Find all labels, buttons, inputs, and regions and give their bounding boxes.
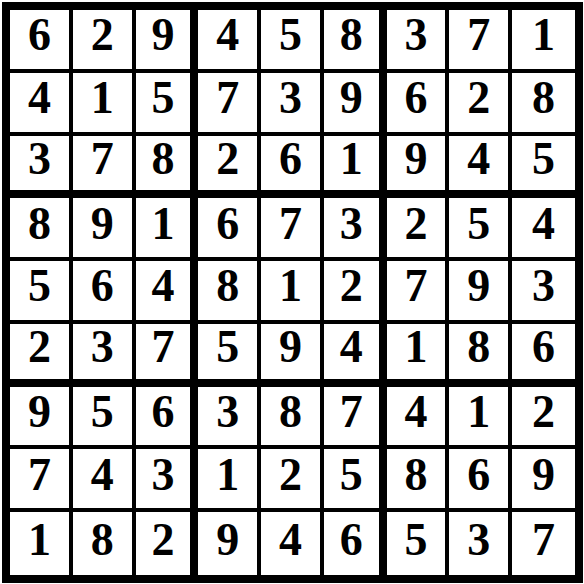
cell-digit: 2 (467, 75, 490, 121)
sudoku-cell-r6c3[interactable]: 7 (136, 324, 199, 387)
cell-digit: 2 (532, 389, 555, 435)
cell-digit: 8 (151, 136, 174, 182)
cell-digit: 6 (279, 136, 302, 182)
sudoku-cell-r3c9[interactable]: 5 (512, 136, 575, 199)
sudoku-cell-r5c6[interactable]: 2 (324, 261, 387, 324)
cell-digit: 9 (467, 263, 490, 309)
cell-digit: 2 (405, 201, 428, 247)
cell-digit: 5 (151, 75, 174, 121)
cell-digit: 4 (91, 452, 114, 498)
sudoku-cell-r1c2[interactable]: 2 (73, 10, 136, 73)
sudoku-cell-r9c8[interactable]: 3 (449, 512, 512, 575)
sudoku-cell-r1c5[interactable]: 5 (261, 10, 324, 73)
sudoku-cell-r3c3[interactable]: 8 (136, 136, 199, 199)
cell-digit: 6 (216, 201, 239, 247)
cell-digit: 3 (405, 12, 428, 58)
cell-digit: 1 (467, 389, 490, 435)
cell-digit: 8 (340, 12, 363, 58)
sudoku-cell-r6c7[interactable]: 1 (387, 324, 450, 387)
cell-digit: 3 (532, 263, 555, 309)
cell-digit: 4 (340, 324, 363, 370)
sudoku-cell-r4c4[interactable]: 6 (198, 198, 261, 261)
sudoku-cell-r9c5[interactable]: 4 (261, 512, 324, 575)
cell-digit: 6 (91, 263, 114, 309)
cell-digit: 9 (151, 12, 174, 58)
cell-digit: 2 (28, 324, 51, 370)
cell-digit: 5 (467, 201, 490, 247)
cell-digit: 7 (151, 324, 174, 370)
cell-digit: 8 (279, 389, 302, 435)
cell-digit: 7 (467, 12, 490, 58)
page: 6294583714157396283782619458916732545648… (0, 0, 584, 584)
cell-digit: 5 (405, 517, 428, 563)
cell-digit: 5 (91, 389, 114, 435)
sudoku-board: 6294583714157396283782619458916732545648… (2, 2, 583, 583)
cell-digit: 2 (340, 263, 363, 309)
cell-digit: 5 (279, 12, 302, 58)
sudoku-cell-r4c7[interactable]: 2 (387, 198, 450, 261)
cell-digit: 1 (91, 75, 114, 121)
cell-digit: 6 (340, 517, 363, 563)
cell-digit: 5 (28, 263, 51, 309)
cell-digit: 1 (532, 12, 555, 58)
cell-digit: 7 (340, 389, 363, 435)
cell-digit: 5 (340, 452, 363, 498)
sudoku-cell-r8c3[interactable]: 3 (136, 449, 199, 512)
cell-digit: 6 (151, 389, 174, 435)
cell-digit: 4 (216, 12, 239, 58)
sudoku-cell-r4c3[interactable]: 1 (136, 198, 199, 261)
cell-digit: 6 (532, 324, 555, 370)
sudoku-cell-r3c4[interactable]: 2 (198, 136, 261, 199)
cell-digit: 9 (216, 517, 239, 563)
sudoku-cell-r6c9[interactable]: 6 (512, 324, 575, 387)
sudoku-cell-r2c9[interactable]: 8 (512, 73, 575, 136)
sudoku-cell-r6c2[interactable]: 3 (73, 324, 136, 387)
cell-digit: 8 (28, 201, 51, 247)
cell-digit: 3 (340, 201, 363, 247)
sudoku-cell-r2c2[interactable]: 1 (73, 73, 136, 136)
sudoku-cell-r1c7[interactable]: 3 (387, 10, 450, 73)
sudoku-cell-r2c1[interactable]: 4 (10, 73, 73, 136)
sudoku-cell-r5c1[interactable]: 5 (10, 261, 73, 324)
sudoku-cell-r9c7[interactable]: 5 (387, 512, 450, 575)
cell-digit: 3 (216, 389, 239, 435)
sudoku-cell-r4c6[interactable]: 3 (324, 198, 387, 261)
sudoku-cell-r9c9[interactable]: 7 (512, 512, 575, 575)
sudoku-cell-r8c4[interactable]: 1 (198, 449, 261, 512)
cell-digit: 1 (405, 324, 428, 370)
sudoku-cell-r5c7[interactable]: 7 (387, 261, 450, 324)
sudoku-cell-r1c6[interactable]: 8 (324, 10, 387, 73)
sudoku-cell-r9c6[interactable]: 6 (324, 512, 387, 575)
sudoku-cell-r4c1[interactable]: 8 (10, 198, 73, 261)
sudoku-cell-r1c8[interactable]: 7 (449, 10, 512, 73)
sudoku-cell-r6c1[interactable]: 2 (10, 324, 73, 387)
sudoku-cell-r5c8[interactable]: 9 (449, 261, 512, 324)
sudoku-cell-r3c7[interactable]: 9 (387, 136, 450, 199)
cell-digit: 4 (151, 263, 174, 309)
sudoku-cell-r9c1[interactable]: 1 (10, 512, 73, 575)
sudoku-cell-r7c9[interactable]: 2 (512, 387, 575, 450)
cell-digit: 9 (405, 136, 428, 182)
cell-digit: 3 (151, 452, 174, 498)
cell-digit: 9 (28, 389, 51, 435)
cell-digit: 4 (279, 517, 302, 563)
sudoku-cell-r7c3[interactable]: 6 (136, 387, 199, 450)
sudoku-cell-r5c5[interactable]: 1 (261, 261, 324, 324)
sudoku-cell-r8c8[interactable]: 6 (449, 449, 512, 512)
cell-digit: 7 (532, 517, 555, 563)
cell-digit: 1 (216, 452, 239, 498)
sudoku-cell-r7c2[interactable]: 5 (73, 387, 136, 450)
sudoku-cell-r7c5[interactable]: 8 (261, 387, 324, 450)
cell-digit: 5 (532, 136, 555, 182)
cell-digit: 7 (28, 452, 51, 498)
cell-digit: 6 (28, 12, 51, 58)
cell-digit: 4 (532, 201, 555, 247)
sudoku-cell-r6c5[interactable]: 9 (261, 324, 324, 387)
cell-digit: 6 (405, 75, 428, 121)
cell-digit: 4 (28, 75, 51, 121)
sudoku-cell-r1c3[interactable]: 9 (136, 10, 199, 73)
cell-digit: 8 (467, 324, 490, 370)
sudoku-cell-r3c6[interactable]: 1 (324, 136, 387, 199)
sudoku-cell-r3c2[interactable]: 7 (73, 136, 136, 199)
sudoku-cell-r9c3[interactable]: 2 (136, 512, 199, 575)
cell-digit: 1 (279, 263, 302, 309)
cell-digit: 7 (279, 201, 302, 247)
sudoku-cell-r2c7[interactable]: 6 (387, 73, 450, 136)
sudoku-cell-r6c4[interactable]: 5 (198, 324, 261, 387)
cell-digit: 9 (532, 452, 555, 498)
sudoku-cell-r7c6[interactable]: 7 (324, 387, 387, 450)
sudoku-cell-r8c6[interactable]: 5 (324, 449, 387, 512)
cell-digit: 8 (216, 263, 239, 309)
cell-digit: 9 (91, 201, 114, 247)
cell-digit: 8 (405, 452, 428, 498)
sudoku-cell-r7c1[interactable]: 9 (10, 387, 73, 450)
sudoku-cell-r8c2[interactable]: 4 (73, 449, 136, 512)
sudoku-cell-r4c8[interactable]: 5 (449, 198, 512, 261)
sudoku-cell-r9c4[interactable]: 9 (198, 512, 261, 575)
sudoku-cell-r4c2[interactable]: 9 (73, 198, 136, 261)
cell-digit: 7 (91, 136, 114, 182)
sudoku-cell-r7c8[interactable]: 1 (449, 387, 512, 450)
cell-digit: 1 (151, 201, 174, 247)
sudoku-cell-r4c9[interactable]: 4 (512, 198, 575, 261)
sudoku-cell-r8c5[interactable]: 2 (261, 449, 324, 512)
sudoku-cell-r1c4[interactable]: 4 (198, 10, 261, 73)
sudoku-cell-r2c3[interactable]: 5 (136, 73, 199, 136)
sudoku-cell-r2c8[interactable]: 2 (449, 73, 512, 136)
cell-digit: 8 (532, 75, 555, 121)
cell-digit: 2 (216, 136, 239, 182)
sudoku-cell-r5c9[interactable]: 3 (512, 261, 575, 324)
sudoku-cell-r6c6[interactable]: 4 (324, 324, 387, 387)
cell-digit: 3 (467, 517, 490, 563)
cell-digit: 2 (91, 12, 114, 58)
sudoku-cell-r2c6[interactable]: 9 (324, 73, 387, 136)
cell-digit: 6 (467, 452, 490, 498)
sudoku-cell-r7c7[interactable]: 4 (387, 387, 450, 450)
sudoku-cell-r9c2[interactable]: 8 (73, 512, 136, 575)
cell-digit: 8 (91, 517, 114, 563)
sudoku-cell-r8c9[interactable]: 9 (512, 449, 575, 512)
cell-digit: 2 (279, 452, 302, 498)
sudoku-cell-r8c1[interactable]: 7 (10, 449, 73, 512)
sudoku-cell-r5c3[interactable]: 4 (136, 261, 199, 324)
sudoku-cell-r8c7[interactable]: 8 (387, 449, 450, 512)
cell-digit: 3 (279, 75, 302, 121)
cell-digit: 4 (467, 136, 490, 182)
sudoku-cell-r5c4[interactable]: 8 (198, 261, 261, 324)
cell-digit: 7 (405, 263, 428, 309)
sudoku-cell-r7c4[interactable]: 3 (198, 387, 261, 450)
sudoku-cell-r6c8[interactable]: 8 (449, 324, 512, 387)
sudoku-cell-r1c9[interactable]: 1 (512, 10, 575, 73)
sudoku-cell-r5c2[interactable]: 6 (73, 261, 136, 324)
cell-digit: 7 (216, 75, 239, 121)
sudoku-cell-r1c1[interactable]: 6 (10, 10, 73, 73)
cell-digit: 1 (28, 517, 51, 563)
sudoku-cell-r4c5[interactable]: 7 (261, 198, 324, 261)
cell-digit: 3 (91, 324, 114, 370)
cell-digit: 2 (151, 517, 174, 563)
cell-digit: 5 (216, 324, 239, 370)
sudoku-cell-r3c1[interactable]: 3 (10, 136, 73, 199)
cell-digit: 1 (340, 136, 363, 182)
cell-digit: 9 (279, 324, 302, 370)
sudoku-cell-r3c8[interactable]: 4 (449, 136, 512, 199)
sudoku-cell-r2c5[interactable]: 3 (261, 73, 324, 136)
cell-digit: 9 (340, 75, 363, 121)
cell-digit: 4 (405, 389, 428, 435)
sudoku-cell-r3c5[interactable]: 6 (261, 136, 324, 199)
cell-digit: 3 (28, 136, 51, 182)
sudoku-cell-r2c4[interactable]: 7 (198, 73, 261, 136)
